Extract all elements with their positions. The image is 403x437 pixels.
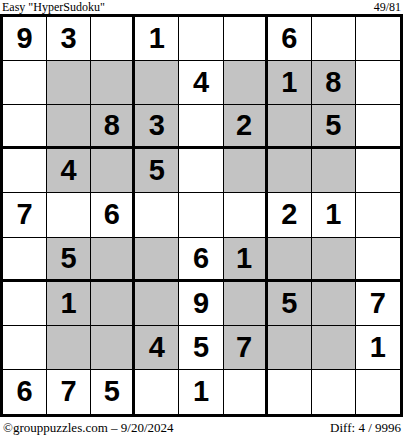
cell-r1c7[interactable]: 6 (268, 17, 312, 61)
cell-r9c2[interactable]: 7 (47, 370, 91, 414)
cell-r7c3[interactable] (91, 282, 135, 326)
cell-r9c7[interactable] (268, 370, 312, 414)
cell-r6c4[interactable] (135, 238, 179, 282)
cell-r3c1[interactable] (3, 105, 47, 149)
cell-r5c3[interactable]: 6 (91, 193, 135, 237)
cell-r3c6[interactable]: 2 (224, 105, 268, 149)
cell-r7c6[interactable] (224, 282, 268, 326)
cell-r2c3[interactable] (91, 61, 135, 105)
cell-r6c5[interactable]: 6 (179, 238, 223, 282)
cell-r3c2[interactable] (47, 105, 91, 149)
puzzle-title: Easy "HyperSudoku" (2, 1, 105, 14)
cell-r8c7[interactable] (268, 326, 312, 370)
cell-r2c4[interactable] (135, 61, 179, 105)
cell-r6c8[interactable] (312, 238, 356, 282)
cell-r8c2[interactable] (47, 326, 91, 370)
cell-r5c7[interactable]: 2 (268, 193, 312, 237)
cell-r8c1[interactable] (3, 326, 47, 370)
cell-r5c6[interactable] (224, 193, 268, 237)
cell-r6c1[interactable] (3, 238, 47, 282)
cell-r2c5[interactable]: 4 (179, 61, 223, 105)
cell-r2c9[interactable] (356, 61, 400, 105)
cell-r3c4[interactable]: 3 (135, 105, 179, 149)
cell-r5c4[interactable] (135, 193, 179, 237)
cell-r7c4[interactable] (135, 282, 179, 326)
cell-r3c7[interactable] (268, 105, 312, 149)
cell-r7c9[interactable]: 7 (356, 282, 400, 326)
cell-r9c6[interactable] (224, 370, 268, 414)
cell-r1c1[interactable]: 9 (3, 17, 47, 61)
cell-r2c7[interactable]: 1 (268, 61, 312, 105)
cell-r6c2[interactable]: 5 (47, 238, 91, 282)
header: Easy "HyperSudoku" 49/81 (0, 0, 403, 14)
cell-r3c3[interactable]: 8 (91, 105, 135, 149)
cell-r5c9[interactable] (356, 193, 400, 237)
cell-r1c3[interactable] (91, 17, 135, 61)
cell-r2c1[interactable] (3, 61, 47, 105)
cell-r7c1[interactable] (3, 282, 47, 326)
cell-r2c2[interactable] (47, 61, 91, 105)
cell-r3c8[interactable]: 5 (312, 105, 356, 149)
cell-r1c8[interactable] (312, 17, 356, 61)
cell-r4c6[interactable] (224, 149, 268, 193)
cell-r6c7[interactable] (268, 238, 312, 282)
cell-r8c5[interactable]: 5 (179, 326, 223, 370)
cell-r4c9[interactable] (356, 149, 400, 193)
cell-r6c3[interactable] (91, 238, 135, 282)
sudoku-grid: 93164188325457621561195745716751 (0, 14, 403, 417)
cell-r9c4[interactable] (135, 370, 179, 414)
cell-r7c5[interactable]: 9 (179, 282, 223, 326)
cell-r8c9[interactable]: 1 (356, 326, 400, 370)
cell-r9c5[interactable]: 1 (179, 370, 223, 414)
copyright-date: ©grouppuzzles.com – 9/20/2024 (3, 420, 174, 436)
cell-r8c8[interactable] (312, 326, 356, 370)
cell-r4c1[interactable] (3, 149, 47, 193)
cell-r7c7[interactable]: 5 (268, 282, 312, 326)
cell-r8c6[interactable]: 7 (224, 326, 268, 370)
cell-r1c9[interactable] (356, 17, 400, 61)
cell-r2c6[interactable] (224, 61, 268, 105)
cell-r7c2[interactable]: 1 (47, 282, 91, 326)
cell-r5c8[interactable]: 1 (312, 193, 356, 237)
cell-r6c9[interactable] (356, 238, 400, 282)
cell-r2c8[interactable]: 8 (312, 61, 356, 105)
cell-r1c6[interactable] (224, 17, 268, 61)
cell-r4c7[interactable] (268, 149, 312, 193)
cell-r1c4[interactable]: 1 (135, 17, 179, 61)
cell-r3c9[interactable] (356, 105, 400, 149)
cell-r1c2[interactable]: 3 (47, 17, 91, 61)
cell-r1c5[interactable] (179, 17, 223, 61)
cell-r4c5[interactable] (179, 149, 223, 193)
cell-r9c8[interactable] (312, 370, 356, 414)
cell-r8c3[interactable] (91, 326, 135, 370)
cell-r5c5[interactable] (179, 193, 223, 237)
cell-r4c8[interactable] (312, 149, 356, 193)
difficulty-rating: Diff: 4 / 9996 (330, 420, 401, 436)
cell-r4c2[interactable]: 4 (47, 149, 91, 193)
cell-r5c1[interactable]: 7 (3, 193, 47, 237)
cell-r5c2[interactable] (47, 193, 91, 237)
cell-r6c6[interactable]: 1 (224, 238, 268, 282)
cell-r9c3[interactable]: 5 (91, 370, 135, 414)
footer: ©grouppuzzles.com – 9/20/2024 Diff: 4 / … (0, 417, 403, 437)
cell-r7c8[interactable] (312, 282, 356, 326)
cell-r8c4[interactable]: 4 (135, 326, 179, 370)
cell-r9c1[interactable]: 6 (3, 370, 47, 414)
puzzle-page: Easy "HyperSudoku" 49/81 931641883254576… (0, 0, 403, 437)
cell-r4c3[interactable] (91, 149, 135, 193)
progress-counter: 49/81 (374, 1, 401, 14)
cell-r9c9[interactable] (356, 370, 400, 414)
cell-r4c4[interactable]: 5 (135, 149, 179, 193)
cell-r3c5[interactable] (179, 105, 223, 149)
